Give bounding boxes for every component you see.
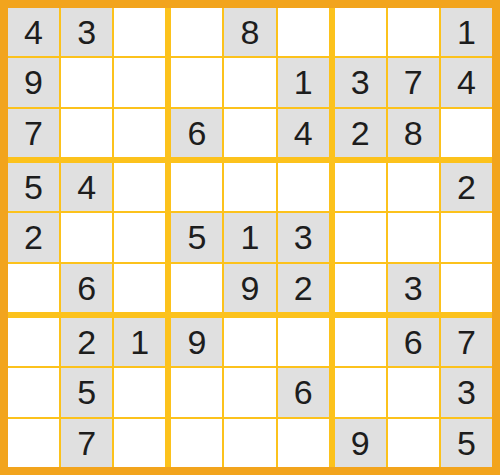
cell-r3c4: 6	[171, 109, 222, 157]
cell-r5c6: 3	[278, 213, 329, 261]
cell-r9c5[interactable]	[224, 419, 275, 467]
box-r3c3: 67395	[335, 318, 492, 467]
cell-r9c7: 9	[335, 419, 386, 467]
cell-r6c6: 2	[278, 264, 329, 312]
cell-r2c9: 4	[441, 58, 492, 106]
cell-r4c5[interactable]	[224, 163, 275, 211]
cell-r2c2[interactable]	[61, 58, 112, 106]
cell-r2c5[interactable]	[224, 58, 275, 106]
cell-r7c9: 7	[441, 318, 492, 366]
cell-r4c1: 5	[8, 163, 59, 211]
cell-r2c7: 3	[335, 58, 386, 106]
cell-r7c2: 2	[61, 318, 112, 366]
cell-r7c4: 9	[171, 318, 222, 366]
cell-r7c1[interactable]	[8, 318, 59, 366]
cell-r1c3[interactable]	[114, 8, 165, 56]
cell-r5c3[interactable]	[114, 213, 165, 261]
box-r1c3: 137428	[335, 8, 492, 157]
cell-r8c5[interactable]	[224, 368, 275, 416]
cell-r5c7[interactable]	[335, 213, 386, 261]
cell-r8c9: 3	[441, 368, 492, 416]
cell-r6c9[interactable]	[441, 264, 492, 312]
box-r2c2: 51392	[171, 163, 328, 312]
cell-r8c4[interactable]	[171, 368, 222, 416]
cell-r9c2: 7	[61, 419, 112, 467]
cell-r2c6: 1	[278, 58, 329, 106]
box-r1c2: 8164	[171, 8, 328, 157]
cell-r8c1[interactable]	[8, 368, 59, 416]
cell-r5c9[interactable]	[441, 213, 492, 261]
cell-r8c2: 5	[61, 368, 112, 416]
box-r2c1: 5426	[8, 163, 165, 312]
cell-r1c9: 1	[441, 8, 492, 56]
cell-r9c3[interactable]	[114, 419, 165, 467]
cell-r1c1: 4	[8, 8, 59, 56]
cell-r7c6[interactable]	[278, 318, 329, 366]
cell-r3c3[interactable]	[114, 109, 165, 157]
cell-r9c8[interactable]	[388, 419, 439, 467]
cell-r8c7[interactable]	[335, 368, 386, 416]
cell-r6c8: 3	[388, 264, 439, 312]
cell-r2c8: 7	[388, 58, 439, 106]
cell-r6c4[interactable]	[171, 264, 222, 312]
cell-r1c5: 8	[224, 8, 275, 56]
cell-r4c6[interactable]	[278, 163, 329, 211]
cell-r3c6: 4	[278, 109, 329, 157]
cell-r5c8[interactable]	[388, 213, 439, 261]
box-r2c3: 23	[335, 163, 492, 312]
cell-r5c4: 5	[171, 213, 222, 261]
cell-r4c4[interactable]	[171, 163, 222, 211]
cell-r9c6[interactable]	[278, 419, 329, 467]
cell-r1c7[interactable]	[335, 8, 386, 56]
cell-r8c3[interactable]	[114, 368, 165, 416]
cell-r1c6[interactable]	[278, 8, 329, 56]
cell-r4c7[interactable]	[335, 163, 386, 211]
cell-r4c9: 2	[441, 163, 492, 211]
cell-r7c8: 6	[388, 318, 439, 366]
cell-r5c2[interactable]	[61, 213, 112, 261]
cell-r4c8[interactable]	[388, 163, 439, 211]
cell-r3c1: 7	[8, 109, 59, 157]
cell-r2c1: 9	[8, 58, 59, 106]
cell-r6c1[interactable]	[8, 264, 59, 312]
cell-r3c9[interactable]	[441, 109, 492, 157]
cell-r2c4[interactable]	[171, 58, 222, 106]
cell-r9c4[interactable]	[171, 419, 222, 467]
cell-r6c2: 6	[61, 264, 112, 312]
cell-r6c5: 9	[224, 264, 275, 312]
cell-r3c7: 2	[335, 109, 386, 157]
cell-r9c9: 5	[441, 419, 492, 467]
box-r3c1: 2157	[8, 318, 165, 467]
cell-r4c3[interactable]	[114, 163, 165, 211]
cell-r1c8[interactable]	[388, 8, 439, 56]
box-r3c2: 96	[171, 318, 328, 467]
sudoku-board: 439781641374285426513922321579667395	[0, 0, 500, 475]
cell-r3c8: 8	[388, 109, 439, 157]
cell-r8c8[interactable]	[388, 368, 439, 416]
cell-r7c7[interactable]	[335, 318, 386, 366]
cell-r9c1[interactable]	[8, 419, 59, 467]
cell-r1c4[interactable]	[171, 8, 222, 56]
cell-r4c2: 4	[61, 163, 112, 211]
cell-r6c3[interactable]	[114, 264, 165, 312]
cell-r2c3[interactable]	[114, 58, 165, 106]
cell-r3c2[interactable]	[61, 109, 112, 157]
box-r1c1: 4397	[8, 8, 165, 157]
cell-r6c7[interactable]	[335, 264, 386, 312]
cell-r3c5[interactable]	[224, 109, 275, 157]
cell-r8c6: 6	[278, 368, 329, 416]
cell-r5c5: 1	[224, 213, 275, 261]
cell-r5c1: 2	[8, 213, 59, 261]
cell-r1c2: 3	[61, 8, 112, 56]
cell-r7c3: 1	[114, 318, 165, 366]
cell-r7c5[interactable]	[224, 318, 275, 366]
